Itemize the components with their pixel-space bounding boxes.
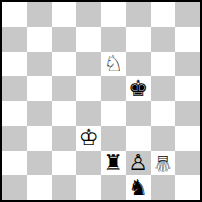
square-f8[interactable] [126,2,151,27]
square-a3[interactable] [2,126,27,151]
square-e7[interactable] [101,27,126,52]
square-g2[interactable]: ♕ [151,151,176,176]
square-h5[interactable] [175,76,200,101]
square-a1[interactable] [2,175,27,200]
piece-black-rook[interactable]: ♜ [104,152,124,174]
square-f4[interactable] [126,101,151,126]
square-d7[interactable] [76,27,101,52]
square-c4[interactable] [52,101,77,126]
square-e4[interactable] [101,101,126,126]
square-b4[interactable] [27,101,52,126]
square-b8[interactable] [27,2,52,27]
square-c3[interactable] [52,126,77,151]
square-d3[interactable]: ♔ [76,126,101,151]
square-e3[interactable] [101,126,126,151]
square-d6[interactable] [76,52,101,77]
piece-white-pawn[interactable]: ♙ [128,152,148,174]
piece-white-king[interactable]: ♔ [79,127,99,149]
square-g7[interactable] [151,27,176,52]
square-f1[interactable]: ♞ [126,175,151,200]
square-h8[interactable] [175,2,200,27]
square-a8[interactable] [2,2,27,27]
square-d4[interactable] [76,101,101,126]
square-e1[interactable] [101,175,126,200]
square-e8[interactable] [101,2,126,27]
square-b5[interactable] [27,76,52,101]
square-a7[interactable] [2,27,27,52]
square-e6[interactable]: ♘ [101,52,126,77]
square-c8[interactable] [52,2,77,27]
square-h3[interactable] [175,126,200,151]
square-a4[interactable] [2,101,27,126]
square-f7[interactable] [126,27,151,52]
square-d2[interactable] [76,151,101,176]
square-a5[interactable] [2,76,27,101]
square-c1[interactable] [52,175,77,200]
square-g8[interactable] [151,2,176,27]
square-c7[interactable] [52,27,77,52]
square-h6[interactable] [175,52,200,77]
square-c2[interactable] [52,151,77,176]
square-f6[interactable] [126,52,151,77]
square-g3[interactable] [151,126,176,151]
square-f3[interactable] [126,126,151,151]
square-a6[interactable] [2,52,27,77]
square-a2[interactable] [2,151,27,176]
piece-white-grasshopper[interactable]: ♕ [153,152,173,174]
square-d1[interactable] [76,175,101,200]
square-g1[interactable] [151,175,176,200]
square-h4[interactable] [175,101,200,126]
square-h2[interactable] [175,151,200,176]
square-g6[interactable] [151,52,176,77]
square-b2[interactable] [27,151,52,176]
square-c5[interactable] [52,76,77,101]
square-f5[interactable]: ♚ [126,76,151,101]
piece-black-king[interactable]: ♚ [128,78,148,100]
square-g5[interactable] [151,76,176,101]
square-e2[interactable]: ♜ [101,151,126,176]
chess-board: ♘♚♔♜♙♕♞ [0,0,202,202]
square-c6[interactable] [52,52,77,77]
square-e5[interactable] [101,76,126,101]
piece-black-knight[interactable]: ♞ [128,177,148,199]
square-f2[interactable]: ♙ [126,151,151,176]
square-h7[interactable] [175,27,200,52]
square-b6[interactable] [27,52,52,77]
piece-white-knight[interactable]: ♘ [104,53,124,75]
square-b7[interactable] [27,27,52,52]
square-h1[interactable] [175,175,200,200]
chess-diagram: ♘♚♔♜♙♕♞ [0,0,202,202]
square-g4[interactable] [151,101,176,126]
square-b3[interactable] [27,126,52,151]
square-d8[interactable] [76,2,101,27]
square-d5[interactable] [76,76,101,101]
square-b1[interactable] [27,175,52,200]
